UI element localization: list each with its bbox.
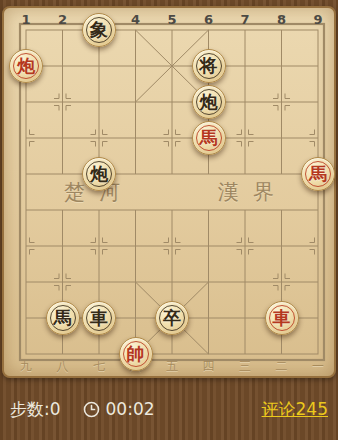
- piece-glyph: 車: [90, 309, 108, 327]
- piece-black-general[interactable]: 将: [192, 49, 226, 83]
- file-label-bottom-3: 七: [93, 358, 105, 375]
- file-label-bottom-6: 四: [203, 358, 215, 375]
- file-label-top-1: 1: [21, 12, 30, 27]
- piece-black-chariot[interactable]: 車: [82, 301, 116, 335]
- piece-ring: 帥: [123, 341, 149, 367]
- piece-glyph: 将: [200, 57, 218, 75]
- piece-ring: 象: [86, 17, 112, 43]
- file-label-bottom-9: 一: [312, 358, 324, 375]
- piece-red-chariot[interactable]: 車: [265, 301, 299, 335]
- file-label-top-6: 6: [204, 12, 213, 27]
- piece-black-cannon[interactable]: 炮: [192, 85, 226, 119]
- piece-ring: 炮: [86, 161, 112, 187]
- file-label-bottom-1: 九: [20, 358, 32, 375]
- piece-glyph: 車: [273, 309, 291, 327]
- piece-black-cannon[interactable]: 炮: [82, 157, 116, 191]
- piece-ring: 馬: [305, 161, 331, 187]
- piece-glyph: 炮: [90, 165, 108, 183]
- piece-ring: 馬: [196, 125, 222, 151]
- piece-red-horse[interactable]: 馬: [192, 121, 226, 155]
- piece-ring: 車: [86, 305, 112, 331]
- piece-glyph: 馬: [200, 129, 218, 147]
- piece-ring: 車: [269, 305, 295, 331]
- file-label-bottom-2: 八: [57, 358, 69, 375]
- piece-glyph: 馬: [54, 309, 72, 327]
- piece-ring: 卒: [159, 305, 185, 331]
- comments-link[interactable]: 评论245: [262, 398, 328, 421]
- piece-ring: 馬: [50, 305, 76, 331]
- file-label-top-5: 5: [167, 12, 176, 27]
- file-label-bottom-8: 二: [276, 358, 288, 375]
- file-label-top-2: 2: [58, 12, 67, 27]
- status-bar: 步数:0 00:02 评论245: [0, 378, 338, 440]
- clock-icon: [83, 401, 100, 418]
- file-label-bottom-7: 三: [239, 358, 251, 375]
- move-counter: 步数:0: [10, 398, 61, 421]
- piece-black-elephant[interactable]: 象: [82, 13, 116, 47]
- piece-glyph: 象: [90, 21, 108, 39]
- file-label-top-4: 4: [131, 12, 140, 27]
- file-label-bottom-5: 五: [166, 358, 178, 375]
- piece-glyph: 帥: [127, 345, 145, 363]
- piece-glyph: 馬: [309, 165, 327, 183]
- file-label-top-8: 8: [277, 12, 286, 27]
- piece-ring: 炮: [196, 89, 222, 115]
- piece-red-general[interactable]: 帥: [119, 337, 153, 371]
- file-label-top-7: 7: [240, 12, 249, 27]
- piece-glyph: 炮: [200, 93, 218, 111]
- piece-black-horse[interactable]: 馬: [46, 301, 80, 335]
- file-label-top-9: 9: [313, 12, 322, 27]
- xiangqi-app: 123456789九八七六五四三二一 楚河 漢界 象炮将炮馬炮馬馬車卒車帥 步数…: [0, 0, 338, 440]
- timer: 00:02: [83, 399, 155, 419]
- piece-red-cannon[interactable]: 炮: [9, 49, 43, 83]
- river-label-right: 漢界: [218, 178, 288, 206]
- piece-glyph: 炮: [17, 57, 35, 75]
- piece-glyph: 卒: [163, 309, 181, 327]
- piece-black-soldier[interactable]: 卒: [155, 301, 189, 335]
- xiangqi-board[interactable]: 123456789九八七六五四三二一 楚河 漢界 象炮将炮馬炮馬馬車卒車帥: [2, 6, 336, 378]
- piece-ring: 炮: [13, 53, 39, 79]
- piece-red-horse[interactable]: 馬: [301, 157, 335, 191]
- timer-value: 00:02: [106, 399, 155, 419]
- piece-ring: 将: [196, 53, 222, 79]
